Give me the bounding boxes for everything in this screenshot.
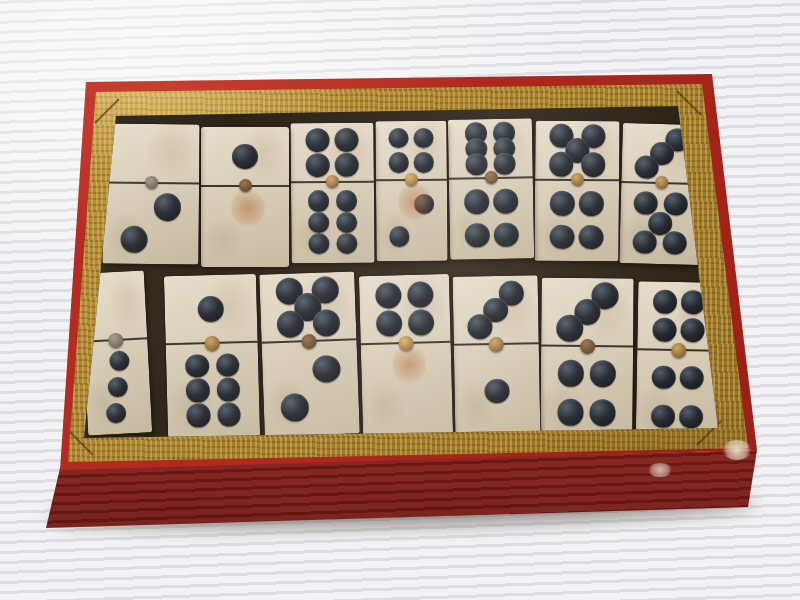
pip	[579, 225, 604, 250]
brass-spinner-pin	[107, 332, 123, 348]
pip	[281, 393, 309, 421]
rust-stain	[231, 188, 265, 228]
worn-corner-patch	[722, 440, 752, 460]
brass-spinner-pin	[484, 171, 497, 184]
pip	[334, 128, 358, 152]
pip	[153, 193, 181, 221]
brass-spinner-pin	[145, 176, 158, 189]
pip	[557, 315, 584, 342]
pip	[549, 152, 574, 177]
pip	[557, 399, 584, 426]
pip	[413, 128, 434, 149]
pip	[216, 378, 240, 402]
pip	[217, 402, 241, 426]
pip	[589, 360, 616, 387]
pip	[485, 378, 510, 403]
pip	[653, 290, 677, 314]
pip	[232, 144, 258, 170]
pip	[306, 153, 330, 177]
pip	[106, 403, 127, 424]
brass-spinner-pin	[671, 342, 686, 357]
pip	[681, 318, 705, 342]
domino-tile-row0-col5	[534, 121, 619, 262]
pip	[680, 366, 704, 390]
pip	[185, 354, 209, 378]
pip	[306, 128, 330, 152]
pip	[466, 153, 488, 175]
domino-tile-row0-col4	[448, 118, 534, 259]
pip	[633, 231, 657, 255]
pip	[581, 152, 606, 177]
domino-tile-row0-col1	[201, 127, 289, 267]
pip	[493, 189, 518, 214]
brass-spinner-pin	[301, 333, 317, 349]
brass-spinner-pin	[571, 173, 584, 186]
pip	[651, 404, 675, 428]
pip	[109, 350, 130, 371]
brass-spinner-pin	[326, 175, 339, 188]
pip	[652, 318, 676, 342]
pip	[107, 376, 128, 397]
pip	[465, 223, 490, 248]
domino-tile-row1-col4	[453, 275, 541, 438]
domino-tile-row1-col3	[359, 274, 453, 438]
rust-stain	[397, 182, 431, 222]
brass-spinner-pin	[655, 176, 668, 189]
domino-tile-row1-col2	[259, 271, 360, 436]
domino-tile-row1-col1	[164, 274, 260, 438]
pip	[558, 360, 585, 387]
pip	[309, 233, 330, 254]
pip	[679, 405, 703, 429]
brass-spinner-pin	[580, 338, 595, 353]
pip	[407, 281, 434, 308]
pip	[550, 191, 575, 216]
pip	[375, 282, 402, 309]
pip	[550, 225, 575, 250]
photo-of-domino-box	[0, 0, 800, 600]
pip	[494, 223, 519, 248]
pip	[186, 378, 210, 402]
domino-tile-row0-col2	[290, 123, 374, 264]
rust-stain	[392, 345, 427, 386]
pip	[635, 155, 659, 179]
domino-tile-row0-col3	[375, 121, 447, 262]
pip	[308, 212, 329, 233]
brass-spinner-pin	[489, 336, 504, 351]
pip	[312, 309, 340, 337]
pip	[651, 365, 675, 389]
pip	[407, 309, 434, 336]
domino-tile-row0-col0	[102, 124, 199, 265]
pip	[197, 295, 224, 322]
pip	[589, 399, 616, 426]
pip	[388, 128, 409, 149]
pip	[215, 353, 239, 377]
domino-tile-row1-col5	[540, 278, 633, 441]
pip	[312, 354, 340, 382]
worn-edge-scuff	[647, 463, 673, 477]
pip	[389, 226, 410, 247]
pip	[494, 153, 516, 175]
pip	[468, 314, 493, 339]
pip	[663, 231, 687, 255]
pip	[376, 310, 403, 337]
pip	[336, 233, 357, 254]
pip	[336, 212, 357, 233]
pip	[308, 190, 329, 211]
pip	[336, 190, 357, 211]
pip	[579, 191, 604, 216]
pip	[464, 189, 489, 214]
pip	[634, 192, 658, 216]
pip	[120, 225, 148, 253]
pip	[413, 152, 434, 173]
pip	[664, 192, 688, 216]
pip	[389, 152, 410, 173]
brass-spinner-pin	[204, 335, 219, 350]
pip	[334, 152, 358, 176]
frame-mitre-seam	[676, 90, 701, 115]
pip	[186, 403, 210, 427]
